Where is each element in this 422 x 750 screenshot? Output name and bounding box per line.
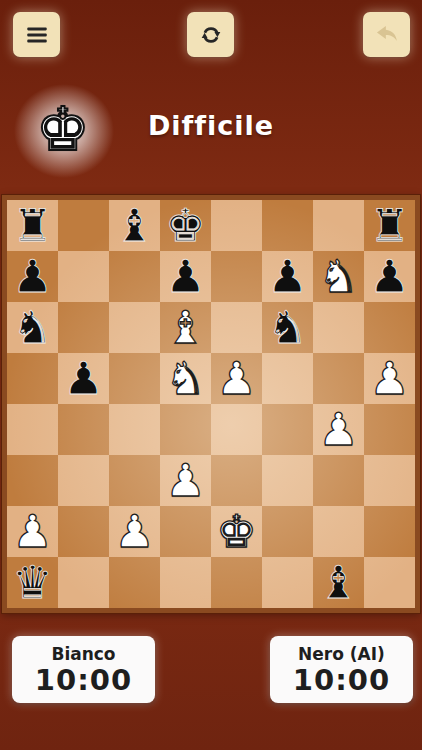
black-clock: Nero (AI) 10:00 [270,636,413,703]
square-c8[interactable]: ♝ [109,200,160,251]
square-h3[interactable] [364,455,415,506]
square-h2[interactable] [364,506,415,557]
piece-black-rook: ♜ [369,200,409,251]
piece-black-pawn: ♟ [165,251,205,302]
piece-white-pawn: ♟ [114,506,154,557]
square-d4[interactable] [160,404,211,455]
square-g3[interactable] [313,455,364,506]
square-c2[interactable]: ♟ [109,506,160,557]
square-f4[interactable] [262,404,313,455]
piece-white-pawn: ♟ [165,455,205,506]
square-c6[interactable] [109,302,160,353]
square-e4[interactable] [211,404,262,455]
square-f1[interactable] [262,557,313,608]
refresh-button[interactable] [187,12,234,57]
square-e6[interactable] [211,302,262,353]
square-h8[interactable]: ♜ [364,200,415,251]
refresh-arrows-icon [198,22,224,48]
undo-arrow-icon [373,21,401,49]
square-a8[interactable]: ♜ [7,200,58,251]
square-g4[interactable]: ♟ [313,404,364,455]
square-b5[interactable]: ♟ [58,353,109,404]
square-h7[interactable]: ♟ [364,251,415,302]
square-d6[interactable]: ♝ [160,302,211,353]
square-d2[interactable] [160,506,211,557]
piece-black-pawn: ♟ [12,251,52,302]
square-e5[interactable]: ♟ [211,353,262,404]
square-a3[interactable] [7,455,58,506]
square-a1[interactable]: ♛ [7,557,58,608]
square-h4[interactable] [364,404,415,455]
square-g5[interactable] [313,353,364,404]
square-d7[interactable]: ♟ [160,251,211,302]
square-g1[interactable]: ♝ [313,557,364,608]
square-a5[interactable] [7,353,58,404]
piece-white-pawn: ♟ [12,506,52,557]
square-h6[interactable] [364,302,415,353]
piece-black-king: ♚ [165,200,205,251]
square-d5[interactable]: ♞ [160,353,211,404]
square-h5[interactable]: ♟ [364,353,415,404]
square-e8[interactable] [211,200,262,251]
square-a4[interactable] [7,404,58,455]
square-f6[interactable]: ♞ [262,302,313,353]
square-e2[interactable]: ♚ [211,506,262,557]
square-c1[interactable] [109,557,160,608]
black-clock-label: Nero (AI) [298,644,385,664]
piece-black-bishop: ♝ [318,557,358,608]
square-g2[interactable] [313,506,364,557]
square-b4[interactable] [58,404,109,455]
square-h1[interactable] [364,557,415,608]
piece-black-knight: ♞ [267,302,307,353]
piece-black-queen: ♛ [12,557,52,608]
piece-white-pawn: ♟ [318,404,358,455]
square-f8[interactable] [262,200,313,251]
square-c3[interactable] [109,455,160,506]
square-g7[interactable]: ♞ [313,251,364,302]
piece-white-knight: ♞ [318,251,358,302]
square-d1[interactable] [160,557,211,608]
square-f7[interactable]: ♟ [262,251,313,302]
square-g8[interactable] [313,200,364,251]
square-c5[interactable] [109,353,160,404]
square-d3[interactable]: ♟ [160,455,211,506]
square-f3[interactable] [262,455,313,506]
piece-black-bishop: ♝ [114,200,154,251]
square-g6[interactable] [313,302,364,353]
piece-black-pawn: ♟ [267,251,307,302]
menu-button[interactable] [13,12,60,57]
undo-button[interactable] [363,12,410,57]
header: ♚ Difficile [0,92,422,170]
chess-board: ♜♝♚♜♟♟♟♞♟♞♝♞♟♞♟♟♟♟♟♟♚♛♝ [7,200,415,608]
square-c4[interactable] [109,404,160,455]
square-b2[interactable] [58,506,109,557]
square-d8[interactable]: ♚ [160,200,211,251]
piece-black-pawn: ♟ [63,353,103,404]
page-title: Difficile [0,110,422,141]
square-e1[interactable] [211,557,262,608]
white-clock: Bianco 10:00 [12,636,155,703]
piece-black-rook: ♜ [12,200,52,251]
black-clock-time: 10:00 [293,664,390,696]
square-e7[interactable] [211,251,262,302]
piece-white-knight: ♞ [165,353,205,404]
app-root: { "game": "chess", "position": { "fen": … [0,0,422,750]
piece-white-pawn: ♟ [369,353,409,404]
square-b6[interactable] [58,302,109,353]
hamburger-menu-icon [24,22,50,48]
piece-black-pawn: ♟ [369,251,409,302]
white-clock-label: Bianco [51,644,115,664]
square-f2[interactable] [262,506,313,557]
square-b3[interactable] [58,455,109,506]
board-frame: ♜♝♚♜♟♟♟♞♟♞♝♞♟♞♟♟♟♟♟♟♚♛♝ [2,195,420,613]
piece-white-pawn: ♟ [216,353,256,404]
square-c7[interactable] [109,251,160,302]
square-a2[interactable]: ♟ [7,506,58,557]
square-b1[interactable] [58,557,109,608]
square-b8[interactable] [58,200,109,251]
square-f5[interactable] [262,353,313,404]
white-clock-time: 10:00 [35,664,132,696]
square-b7[interactable] [58,251,109,302]
piece-white-bishop: ♝ [165,302,205,353]
piece-black-knight: ♞ [12,302,52,353]
piece-white-king: ♚ [216,506,256,557]
square-e3[interactable] [211,455,262,506]
square-a7[interactable]: ♟ [7,251,58,302]
square-a6[interactable]: ♞ [7,302,58,353]
